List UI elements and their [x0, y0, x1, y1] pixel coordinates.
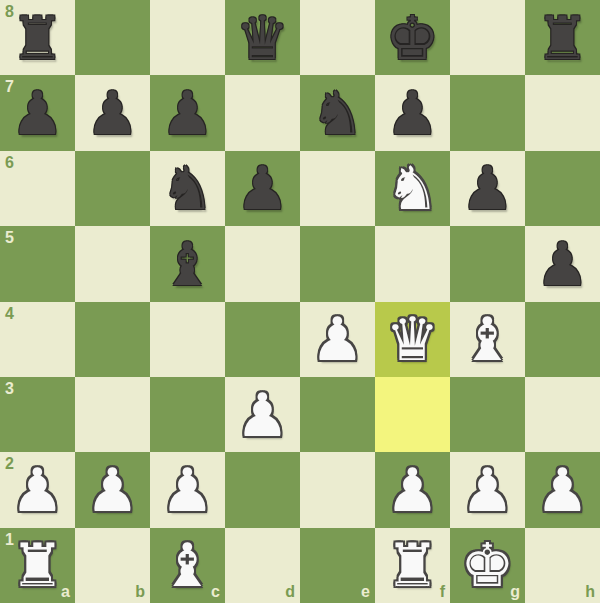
square-g8[interactable]	[450, 0, 525, 75]
square-e1[interactable]: e	[300, 528, 375, 603]
square-b1[interactable]: b	[75, 528, 150, 603]
square-h1[interactable]: h	[525, 528, 600, 603]
square-c5[interactable]: ♝	[150, 226, 225, 301]
square-c8[interactable]	[150, 0, 225, 75]
piece-white-knight[interactable]: ♞	[375, 151, 450, 226]
square-g3[interactable]	[450, 377, 525, 452]
square-f7[interactable]: ♟	[375, 75, 450, 150]
piece-white-pawn[interactable]: ♟	[300, 302, 375, 377]
square-e7[interactable]: ♞	[300, 75, 375, 150]
square-f4[interactable]: ♛	[375, 302, 450, 377]
piece-black-pawn[interactable]: ♟	[150, 75, 225, 150]
square-g2[interactable]: ♟	[450, 452, 525, 527]
piece-white-pawn[interactable]: ♟	[450, 452, 525, 527]
piece-black-pawn[interactable]: ♟	[0, 75, 75, 150]
piece-black-pawn[interactable]: ♟	[375, 75, 450, 150]
square-c7[interactable]: ♟	[150, 75, 225, 150]
piece-black-pawn[interactable]: ♟	[450, 151, 525, 226]
square-h3[interactable]	[525, 377, 600, 452]
square-h4[interactable]	[525, 302, 600, 377]
square-d6[interactable]: ♟	[225, 151, 300, 226]
square-g1[interactable]: g♚	[450, 528, 525, 603]
piece-black-rook[interactable]: ♜	[525, 0, 600, 75]
square-d3[interactable]: ♟	[225, 377, 300, 452]
square-b5[interactable]	[75, 226, 150, 301]
square-a2[interactable]: 2♟	[0, 452, 75, 527]
square-f2[interactable]: ♟	[375, 452, 450, 527]
piece-white-bishop[interactable]: ♝	[450, 302, 525, 377]
square-g5[interactable]	[450, 226, 525, 301]
square-h2[interactable]: ♟	[525, 452, 600, 527]
rank-label-5: 5	[5, 229, 14, 247]
square-f1[interactable]: f♜	[375, 528, 450, 603]
piece-black-pawn[interactable]: ♟	[75, 75, 150, 150]
square-b6[interactable]	[75, 151, 150, 226]
square-e5[interactable]	[300, 226, 375, 301]
piece-white-pawn[interactable]: ♟	[375, 452, 450, 527]
square-e2[interactable]	[300, 452, 375, 527]
square-h5[interactable]: ♟	[525, 226, 600, 301]
square-c3[interactable]	[150, 377, 225, 452]
square-d2[interactable]	[225, 452, 300, 527]
square-f3[interactable]	[375, 377, 450, 452]
square-d7[interactable]	[225, 75, 300, 150]
square-f8[interactable]: ♚	[375, 0, 450, 75]
square-g6[interactable]: ♟	[450, 151, 525, 226]
piece-white-queen[interactable]: ♛	[375, 302, 450, 377]
square-c2[interactable]: ♟	[150, 452, 225, 527]
square-b7[interactable]: ♟	[75, 75, 150, 150]
piece-white-king[interactable]: ♚	[450, 528, 525, 603]
piece-white-rook[interactable]: ♜	[0, 528, 75, 603]
piece-white-rook[interactable]: ♜	[375, 528, 450, 603]
square-d8[interactable]: ♛	[225, 0, 300, 75]
piece-white-pawn[interactable]: ♟	[150, 452, 225, 527]
rank-label-4: 4	[5, 305, 14, 323]
square-e3[interactable]	[300, 377, 375, 452]
square-e6[interactable]	[300, 151, 375, 226]
square-d1[interactable]: d	[225, 528, 300, 603]
square-a4[interactable]: 4	[0, 302, 75, 377]
piece-white-pawn[interactable]: ♟	[525, 452, 600, 527]
square-a1[interactable]: 1a♜	[0, 528, 75, 603]
piece-black-king[interactable]: ♚	[375, 0, 450, 75]
chess-board: 8♜♛♚♜7♟♟♟♞♟6♞♟♞♟5♝♟4♟♛♝3♟2♟♟♟♟♟♟1a♜bc♝de…	[0, 0, 600, 603]
piece-white-pawn[interactable]: ♟	[225, 377, 300, 452]
file-label-h: h	[585, 583, 595, 601]
piece-white-bishop[interactable]: ♝	[150, 528, 225, 603]
square-d4[interactable]	[225, 302, 300, 377]
piece-black-knight[interactable]: ♞	[300, 75, 375, 150]
square-g7[interactable]	[450, 75, 525, 150]
square-h7[interactable]	[525, 75, 600, 150]
square-c4[interactable]	[150, 302, 225, 377]
square-f5[interactable]	[375, 226, 450, 301]
square-c6[interactable]: ♞	[150, 151, 225, 226]
file-label-d: d	[285, 583, 295, 601]
square-c1[interactable]: c♝	[150, 528, 225, 603]
rank-label-6: 6	[5, 154, 14, 172]
square-e4[interactable]: ♟	[300, 302, 375, 377]
square-a5[interactable]: 5	[0, 226, 75, 301]
square-f6[interactable]: ♞	[375, 151, 450, 226]
piece-black-pawn[interactable]: ♟	[225, 151, 300, 226]
square-b4[interactable]	[75, 302, 150, 377]
file-label-e: e	[361, 583, 370, 601]
square-h8[interactable]: ♜	[525, 0, 600, 75]
square-a8[interactable]: 8♜	[0, 0, 75, 75]
piece-white-pawn[interactable]: ♟	[75, 452, 150, 527]
square-b8[interactable]	[75, 0, 150, 75]
piece-black-bishop[interactable]: ♝	[150, 226, 225, 301]
square-h6[interactable]	[525, 151, 600, 226]
square-a6[interactable]: 6	[0, 151, 75, 226]
square-d5[interactable]	[225, 226, 300, 301]
square-b3[interactable]	[75, 377, 150, 452]
square-a3[interactable]: 3	[0, 377, 75, 452]
piece-black-rook[interactable]: ♜	[0, 0, 75, 75]
rank-label-3: 3	[5, 380, 14, 398]
piece-white-pawn[interactable]: ♟	[0, 452, 75, 527]
file-label-b: b	[135, 583, 145, 601]
piece-black-queen[interactable]: ♛	[225, 0, 300, 75]
piece-black-pawn[interactable]: ♟	[525, 226, 600, 301]
square-g4[interactable]: ♝	[450, 302, 525, 377]
piece-black-knight[interactable]: ♞	[150, 151, 225, 226]
square-b2[interactable]: ♟	[75, 452, 150, 527]
square-a7[interactable]: 7♟	[0, 75, 75, 150]
square-e8[interactable]	[300, 0, 375, 75]
